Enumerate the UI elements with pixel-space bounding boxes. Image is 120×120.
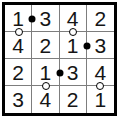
cell-r2c4[interactable]: 3: [87, 32, 114, 59]
cell-r3c3[interactable]: 3: [60, 59, 87, 86]
cell-r3c1[interactable]: 2: [5, 59, 32, 86]
cell-r1c2[interactable]: 3: [32, 5, 59, 32]
cell-r1c4[interactable]: 2: [87, 5, 114, 32]
cell-r4c1[interactable]: 3: [5, 86, 32, 113]
cell-r4c4[interactable]: 1: [87, 86, 114, 113]
cell-r4c3[interactable]: 2: [60, 86, 87, 113]
cell-r2c3[interactable]: 1: [60, 32, 87, 59]
cell-r1c3[interactable]: 4: [60, 5, 87, 32]
kropki-board: 1342421321343421: [2, 2, 117, 116]
cell-grid: 1342421321343421: [5, 5, 114, 113]
cell-r2c1[interactable]: 4: [5, 32, 32, 59]
cell-r2c2[interactable]: 2: [32, 32, 59, 59]
cell-r4c2[interactable]: 4: [32, 86, 59, 113]
cell-r3c2[interactable]: 1: [32, 59, 59, 86]
cell-r3c4[interactable]: 4: [87, 59, 114, 86]
cell-r1c1[interactable]: 1: [5, 5, 32, 32]
